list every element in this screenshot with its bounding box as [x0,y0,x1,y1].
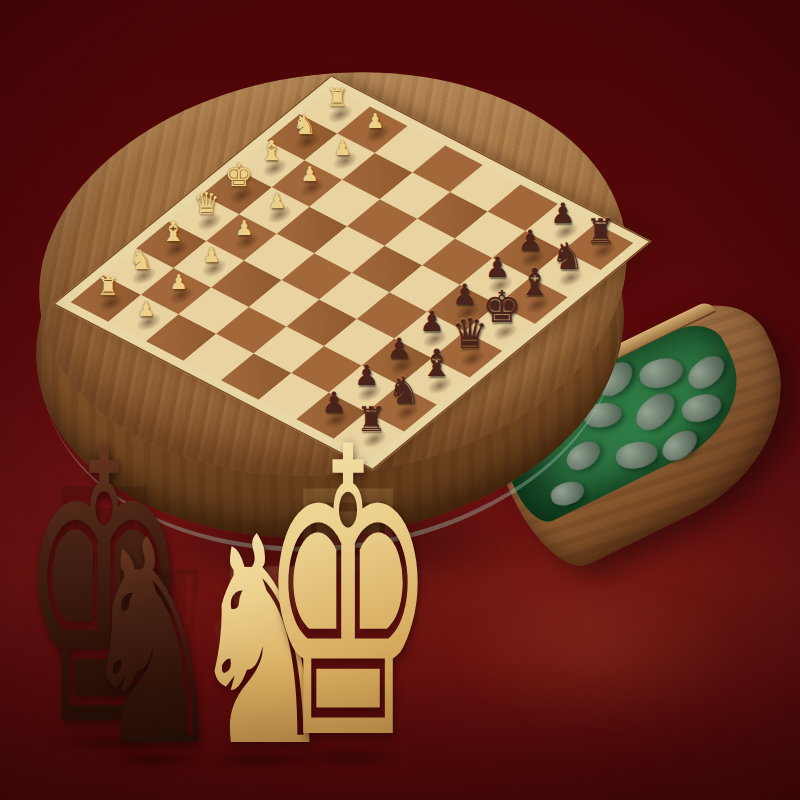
white-pawn-f2: ♟ [284,164,334,184]
foam-padding-piece [630,386,681,437]
foam-padding-piece [614,438,660,472]
white-knight-b1: ♞ [116,246,166,273]
foam-padding-piece [548,477,587,509]
foam-padding-piece [683,349,730,395]
white-pawn-e2: ♟ [252,191,302,211]
white-rook-h1: ♜ [312,87,362,112]
white-pawn-d2: ♟ [219,218,269,238]
white-pawn-c2: ♟ [186,245,236,265]
white-pawn-h2: ♟ [350,111,400,131]
white-knight-g1: ♞ [279,111,329,138]
white-pawn-g2: ♟ [317,137,367,157]
white-bishop-f1: ♝ [247,138,297,166]
white-pawn-b2: ♟ [153,272,203,292]
white-queen-d1: ♛ [181,189,231,219]
white-pawn-a2: ♟ [121,299,171,319]
foam-padding-piece [679,389,725,426]
foam-padding-piece [636,354,686,393]
foam-padding-piece [657,424,702,466]
light-king-glyph: ♚ [259,437,437,755]
product-photo-scene: ♜♞♝♛♚♝♞♜♟♟♟♟♟♟♟♟♟♟♟♟♟♟♟♟♜♞♝♛♚♝♞♜ ♚♚♞♞♞♞♚… [0,0,800,800]
black-rook-h8: ♜ [575,214,625,248]
white-bishop-c1: ♝ [149,218,199,246]
floor-glare [410,556,790,756]
white-rook-a1: ♜ [83,275,133,300]
